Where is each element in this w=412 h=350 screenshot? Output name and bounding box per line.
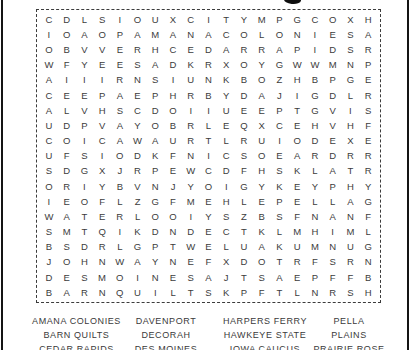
grid-cell: A <box>217 42 235 57</box>
grid-cell: A <box>288 148 306 163</box>
grid-cell: R <box>129 164 147 179</box>
grid-cell: P <box>146 164 164 179</box>
grid-cell: U <box>164 133 182 148</box>
grid-cell: S <box>182 270 200 285</box>
word-list-column-3: HARPERS FERRYHAWKEYE STATEIOWA CAUCUS <box>216 314 314 350</box>
grid-cell: U <box>40 148 58 163</box>
grid-cell: E <box>288 179 306 194</box>
grid-cell: Y <box>129 118 147 133</box>
grid-cell: A <box>129 255 147 270</box>
grid-cell: Y <box>200 209 218 224</box>
grid-cell: C <box>40 12 58 27</box>
grid-cell: J <box>164 179 182 194</box>
grid-cell: E <box>200 194 218 209</box>
grid-cell: R <box>182 118 200 133</box>
grid-cell: U <box>146 12 164 27</box>
grid-cell: F <box>324 270 342 285</box>
grid-cell: O <box>164 103 182 118</box>
grid-cell: I <box>75 179 93 194</box>
grid-cell: R <box>235 42 253 57</box>
grid-cell: C <box>217 148 235 163</box>
clipped-title-fragment <box>284 0 302 5</box>
grid-cell: P <box>288 42 306 57</box>
grid-cell: R <box>306 148 324 163</box>
grid-cell: P <box>271 194 289 209</box>
word-list-column-2: DAVENPORTDECORAHDES MOINES <box>122 314 210 350</box>
grid-cell: A <box>111 133 129 148</box>
grid-cell: P <box>271 12 289 27</box>
grid-cell: A <box>111 88 129 103</box>
grid-cell: E <box>324 133 342 148</box>
grid-cell: N <box>306 285 324 300</box>
grid-cell: C <box>40 88 58 103</box>
grid-cell: V <box>129 179 147 194</box>
grid-cell: N <box>182 148 200 163</box>
grid-cell: C <box>306 12 324 27</box>
grid-cell: D <box>58 164 76 179</box>
grid-cell: P <box>146 88 164 103</box>
grid-cell: O <box>58 133 76 148</box>
grid-cell: B <box>235 73 253 88</box>
grid-cell: I <box>146 285 164 300</box>
grid-cell: P <box>306 270 324 285</box>
grid-cell: G <box>129 239 147 254</box>
grid-cell: N <box>342 209 360 224</box>
grid-cell: P <box>93 88 111 103</box>
grid-cell: I <box>182 209 200 224</box>
grid-cell: N <box>324 239 342 254</box>
grid-cell: I <box>58 73 76 88</box>
grid-cell: T <box>271 255 289 270</box>
grid-cell: Q <box>235 118 253 133</box>
grid-cell: Z <box>235 209 253 224</box>
grid-cell: U <box>235 239 253 254</box>
grid-cell: G <box>359 194 377 209</box>
grid-cell: F <box>164 148 182 163</box>
grid-cell: Y <box>217 88 235 103</box>
grid-cell: R <box>359 88 377 103</box>
grid-cell: A <box>324 209 342 224</box>
grid-cell: E <box>288 118 306 133</box>
grid-cell: J <box>217 270 235 285</box>
grid-cell: S <box>235 148 253 163</box>
grid-cell: A <box>75 27 93 42</box>
grid-cell: A <box>342 194 360 209</box>
grid-cell: Y <box>235 12 253 27</box>
grid-cell: I <box>40 27 58 42</box>
grid-cell: B <box>359 270 377 285</box>
grid-cell: I <box>40 194 58 209</box>
grid-cell: D <box>58 118 76 133</box>
grid-cell: E <box>271 148 289 163</box>
grid-cell: N <box>342 57 360 72</box>
grid-cell: C <box>271 118 289 133</box>
grid-cell: D <box>146 103 164 118</box>
grid-cell: G <box>271 57 289 72</box>
grid-cell: A <box>146 57 164 72</box>
grid-cell: E <box>359 133 377 148</box>
grid-cell: V <box>324 118 342 133</box>
grid-cell: E <box>93 57 111 72</box>
grid-cell: D <box>164 57 182 72</box>
grid-cell: H <box>164 88 182 103</box>
grid-cell: A <box>200 27 218 42</box>
grid-cell: D <box>75 239 93 254</box>
word-list-item: HARPERS FERRY <box>216 314 314 328</box>
grid-cell: K <box>288 164 306 179</box>
grid-cell: D <box>324 88 342 103</box>
grid-cell: F <box>342 270 360 285</box>
grid-cell: F <box>93 194 111 209</box>
grid-cell: B <box>306 73 324 88</box>
grid-cell: T <box>288 103 306 118</box>
word-list-item: PELLA <box>306 314 392 328</box>
grid-cell: M <box>306 239 324 254</box>
grid-cell: L <box>217 239 235 254</box>
grid-cell: I <box>111 224 129 239</box>
grid-cell: S <box>271 209 289 224</box>
grid-cell: E <box>253 194 271 209</box>
grid-cell: V <box>93 118 111 133</box>
grid-cell: R <box>182 88 200 103</box>
grid-cell: M <box>182 194 200 209</box>
grid-cell: S <box>342 285 360 300</box>
grid-cell: H <box>359 285 377 300</box>
grid-cell: S <box>271 164 289 179</box>
grid-cell: G <box>359 239 377 254</box>
grid-cell: B <box>40 239 58 254</box>
grid-cell: L <box>217 133 235 148</box>
grid-cell: K <box>182 57 200 72</box>
grid-cell: E <box>182 42 200 57</box>
grid-cell: A <box>253 88 271 103</box>
grid-cell: I <box>129 270 147 285</box>
grid-cell: W <box>306 57 324 72</box>
grid-cell: R <box>111 209 129 224</box>
grid-cell: P <box>111 27 129 42</box>
grid-cell: T <box>235 270 253 285</box>
grid-cell: E <box>200 224 218 239</box>
grid-cell: A <box>359 27 377 42</box>
grid-cell: I <box>324 224 342 239</box>
grid-cell: I <box>75 73 93 88</box>
grid-cell: O <box>235 57 253 72</box>
grid-cell: U <box>217 103 235 118</box>
grid-cell: Y <box>306 179 324 194</box>
grid-cell: O <box>146 118 164 133</box>
grid-cell: D <box>200 42 218 57</box>
grid-cell: N <box>164 255 182 270</box>
grid-cell: D <box>217 164 235 179</box>
grid-cell: R <box>342 148 360 163</box>
grid-cell: I <box>111 12 129 27</box>
grid-cell: O <box>111 148 129 163</box>
grid-cell: E <box>288 194 306 209</box>
grid-cell: M <box>288 224 306 239</box>
grid-cell: H <box>288 73 306 88</box>
grid-cell: M <box>58 224 76 239</box>
grid-cell: N <box>359 255 377 270</box>
grid-cell: Y <box>75 57 93 72</box>
grid-cell: R <box>129 42 147 57</box>
grid-cell: P <box>235 285 253 300</box>
grid-cell: O <box>253 73 271 88</box>
grid-cell: L <box>306 194 324 209</box>
grid-cell: P <box>324 179 342 194</box>
grid-cell: X <box>342 133 360 148</box>
grid-cell: U <box>40 118 58 133</box>
grid-cell: D <box>58 12 76 27</box>
grid-cell: A <box>58 285 76 300</box>
grid-cell: U <box>182 73 200 88</box>
grid-cell: H <box>306 224 324 239</box>
grid-cell: J <box>111 164 129 179</box>
grid-cell: A <box>271 42 289 57</box>
grid-cell: R <box>359 148 377 163</box>
grid-cell: R <box>324 285 342 300</box>
grid-cell: H <box>146 42 164 57</box>
grid-cell: N <box>306 209 324 224</box>
grid-cell: B <box>111 179 129 194</box>
grid-cell: E <box>359 73 377 88</box>
grid-cell: P <box>359 57 377 72</box>
grid-cell: O <box>58 255 76 270</box>
grid-cell: G <box>306 88 324 103</box>
grid-cell: S <box>200 285 218 300</box>
grid-cell: E <box>58 270 76 285</box>
grid-cell: K <box>129 224 147 239</box>
grid-cell: F <box>359 118 377 133</box>
grid-cell: R <box>75 285 93 300</box>
grid-cell: R <box>359 42 377 57</box>
grid-cell: W <box>111 255 129 270</box>
grid-cell: G <box>235 179 253 194</box>
grid-cell: K <box>271 179 289 194</box>
grid-cell: R <box>359 164 377 179</box>
grid-cell: W <box>40 209 58 224</box>
grid-cell: V <box>75 42 93 57</box>
grid-cell: K <box>217 285 235 300</box>
grid-cell: I <box>288 88 306 103</box>
grid-cell: I <box>306 42 324 57</box>
grid-cell: E <box>111 42 129 57</box>
grid-cell: O <box>288 133 306 148</box>
grid-cell: I <box>342 103 360 118</box>
grid-cell: P <box>146 239 164 254</box>
grid-cell: F <box>253 285 271 300</box>
grid-cell: N <box>129 73 147 88</box>
grid-cell: J <box>271 88 289 103</box>
grid-cell: D <box>324 42 342 57</box>
grid-cell: L <box>75 12 93 27</box>
grid-cell: L <box>164 285 182 300</box>
grid-cell: O <box>146 209 164 224</box>
grid-cell: I <box>217 179 235 194</box>
grid-cell: L <box>200 118 218 133</box>
grid-cell: O <box>75 194 93 209</box>
grid-cell: E <box>75 88 93 103</box>
grid-cell: L <box>253 27 271 42</box>
grid-cell: O <box>111 270 129 285</box>
grid-cell: B <box>200 88 218 103</box>
grid-cell: S <box>359 103 377 118</box>
grid-cell: C <box>164 42 182 57</box>
grid-cell: T <box>75 209 93 224</box>
grid-cell: S <box>58 239 76 254</box>
grid-cell: H <box>217 194 235 209</box>
grid-cell: A <box>129 27 147 42</box>
grid-cell: R <box>93 239 111 254</box>
grid-cell: S <box>129 57 147 72</box>
grid-cell: W <box>288 57 306 72</box>
grid-cell: O <box>58 27 76 42</box>
grid-cell: F <box>164 194 182 209</box>
grid-cell: D <box>40 270 58 285</box>
grid-cell: E <box>253 103 271 118</box>
grid-cell: D <box>324 148 342 163</box>
grid-cell: B <box>58 42 76 57</box>
grid-cell: G <box>342 73 360 88</box>
grid-cell: J <box>40 255 58 270</box>
grid-cell: E <box>164 164 182 179</box>
grid-cell: T <box>164 239 182 254</box>
grid-cell: L <box>111 239 129 254</box>
grid-cell: I <box>306 27 324 42</box>
grid-cell: F <box>288 209 306 224</box>
grid-cell: C <box>40 133 58 148</box>
grid-cell: N <box>288 27 306 42</box>
grid-cell: L <box>111 194 129 209</box>
grid-cell: O <box>253 148 271 163</box>
grid-cell: L <box>288 285 306 300</box>
grid-cell: I <box>271 133 289 148</box>
grid-cell: G <box>306 103 324 118</box>
grid-cell: G <box>75 164 93 179</box>
grid-cell: Y <box>93 179 111 194</box>
grid-cell: E <box>58 194 76 209</box>
word-list-item: DES MOINES <box>122 342 210 350</box>
grid-cell: L <box>129 209 147 224</box>
word-list-item: IOWA CAUCUS <box>216 342 314 350</box>
grid-cell: X <box>93 164 111 179</box>
grid-cell: R <box>182 133 200 148</box>
grid-cell: G <box>288 12 306 27</box>
grid-cell: T <box>342 164 360 179</box>
grid-cell: M <box>342 224 360 239</box>
grid-cell: A <box>40 103 58 118</box>
grid-cell: V <box>324 103 342 118</box>
grid-cell: E <box>164 270 182 285</box>
grid-cell: W <box>182 164 200 179</box>
grid-cell: E <box>324 27 342 42</box>
grid-cell: T <box>271 285 289 300</box>
grid-cell: B <box>253 209 271 224</box>
grid-cell: S <box>146 73 164 88</box>
grid-cell: S <box>111 103 129 118</box>
grid-cell: X <box>217 255 235 270</box>
grid-cell: O <box>93 27 111 42</box>
grid-cell: W <box>129 133 147 148</box>
grid-cell: K <box>217 73 235 88</box>
grid-cell: P <box>75 118 93 133</box>
word-list-item: HAWKEYE STATE <box>216 328 314 342</box>
grid-cell: N <box>164 224 182 239</box>
page-frame-left-edge <box>1 0 3 350</box>
grid-cell: I <box>164 73 182 88</box>
grid-cell: O <box>129 12 147 27</box>
grid-cell: U <box>253 133 271 148</box>
grid-cell: W <box>40 57 58 72</box>
grid-cell: S <box>40 164 58 179</box>
grid-cell: S <box>217 209 235 224</box>
grid-cell: M <box>146 27 164 42</box>
grid-cell: C <box>93 133 111 148</box>
grid-cell: D <box>235 88 253 103</box>
grid-cell: S <box>324 255 342 270</box>
grid-cell: Y <box>253 179 271 194</box>
grid-cell: Q <box>93 224 111 239</box>
grid-cell: R <box>111 73 129 88</box>
grid-cell: F <box>359 209 377 224</box>
grid-cell: H <box>306 118 324 133</box>
grid-cell: O <box>324 12 342 27</box>
grid-cell: A <box>271 270 289 285</box>
grid-cell: M <box>253 12 271 27</box>
grid-cell: H <box>359 12 377 27</box>
grid-cell: R <box>200 57 218 72</box>
grid-cell: S <box>93 12 111 27</box>
grid-cell: K <box>253 224 271 239</box>
word-search-puzzle-box: CDLSIOUXCITYMPGCOXHIOAOPAMANACOLONIESAOB… <box>36 9 381 303</box>
grid-cell: L <box>235 194 253 209</box>
grid-cell: B <box>164 118 182 133</box>
word-list-item: DAVENPORT <box>122 314 210 328</box>
grid-cell: C <box>182 12 200 27</box>
grid-cell: T <box>235 224 253 239</box>
grid-cell: Q <box>111 285 129 300</box>
grid-cell: L <box>359 224 377 239</box>
grid-cell: L <box>58 103 76 118</box>
grid-cell: E <box>217 118 235 133</box>
grid-cell: Y <box>253 57 271 72</box>
grid-cell: A <box>146 133 164 148</box>
grid-cell: I <box>200 103 218 118</box>
grid-cell: L <box>342 88 360 103</box>
grid-cell: D <box>235 255 253 270</box>
grid-cell: D <box>129 148 147 163</box>
grid-cell: R <box>235 133 253 148</box>
grid-cell: U <box>288 239 306 254</box>
grid-cell: E <box>129 88 147 103</box>
grid-cell: D <box>146 224 164 239</box>
grid-cell: Y <box>359 179 377 194</box>
grid-cell: R <box>253 42 271 57</box>
grid-cell: T <box>75 224 93 239</box>
word-list-item: PRAIRIE ROSE <box>306 342 392 350</box>
grid-cell: C <box>217 27 235 42</box>
grid-cell: P <box>324 73 342 88</box>
word-list-item: DECORAH <box>122 328 210 342</box>
grid-cell: F <box>200 255 218 270</box>
grid-cell: H <box>93 103 111 118</box>
grid-cell: L <box>324 194 342 209</box>
grid-cell: N <box>146 179 164 194</box>
grid-cell: T <box>217 12 235 27</box>
grid-cell: O <box>40 42 58 57</box>
grid-cell: A <box>40 73 58 88</box>
grid-cell: I <box>200 12 218 27</box>
grid-cell: D <box>306 133 324 148</box>
